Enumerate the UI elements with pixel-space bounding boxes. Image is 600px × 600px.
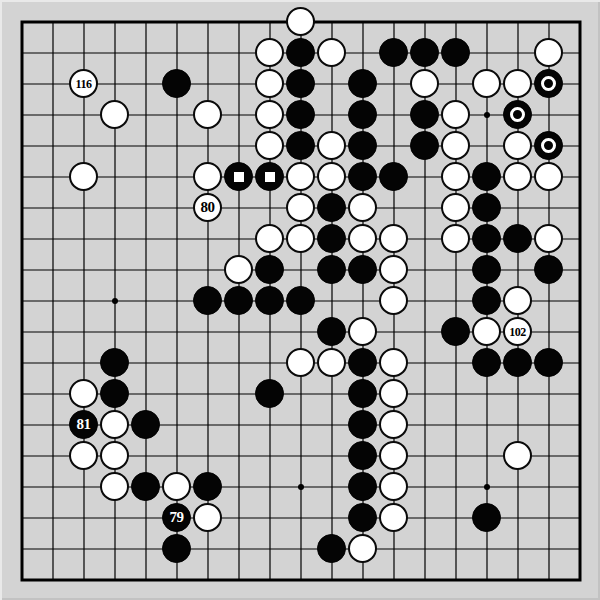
- white-stone[interactable]: [286, 348, 315, 377]
- board-intersection: [99, 409, 130, 440]
- board-intersection: [192, 471, 223, 502]
- black-stone[interactable]: [503, 100, 532, 129]
- square-mark: [265, 172, 275, 182]
- board-intersection: [440, 37, 471, 68]
- white-stone[interactable]: [441, 131, 470, 160]
- black-stone[interactable]: [472, 255, 501, 284]
- white-stone[interactable]: 116: [69, 69, 98, 98]
- board-intersection: [533, 37, 564, 68]
- board-intersection: [347, 440, 378, 471]
- board-intersection: [378, 285, 409, 316]
- black-stone[interactable]: [348, 410, 377, 439]
- board-intersection: [347, 347, 378, 378]
- board-intersection: [409, 68, 440, 99]
- black-stone[interactable]: [472, 503, 501, 532]
- black-stone[interactable]: 81: [69, 410, 98, 439]
- white-stone[interactable]: [379, 255, 408, 284]
- board-intersection: [378, 440, 409, 471]
- black-stone[interactable]: [441, 317, 470, 346]
- white-stone[interactable]: [286, 193, 315, 222]
- black-stone[interactable]: [317, 317, 346, 346]
- white-stone[interactable]: [255, 100, 284, 129]
- black-stone[interactable]: [193, 286, 222, 315]
- white-stone[interactable]: [441, 162, 470, 191]
- board-intersection: [285, 285, 316, 316]
- white-stone[interactable]: [317, 162, 346, 191]
- black-stone[interactable]: [255, 379, 284, 408]
- board-intersection: [471, 347, 502, 378]
- white-stone[interactable]: [348, 534, 377, 563]
- black-stone[interactable]: [534, 255, 563, 284]
- board-intersection: [378, 409, 409, 440]
- board-intersection: [316, 533, 347, 564]
- white-stone[interactable]: [317, 131, 346, 160]
- white-stone[interactable]: [255, 131, 284, 160]
- board-intersection: [440, 99, 471, 130]
- board-intersection: [99, 99, 130, 130]
- board-intersection: [440, 316, 471, 347]
- board-intersection: [316, 316, 347, 347]
- black-stone[interactable]: [348, 255, 377, 284]
- go-board-diagram: 116801028179: [0, 0, 600, 600]
- circle-mark: [541, 76, 556, 91]
- white-stone[interactable]: [162, 472, 191, 501]
- black-stone[interactable]: [441, 38, 470, 67]
- black-stone[interactable]: [317, 224, 346, 253]
- board-intersection: 81: [68, 409, 99, 440]
- black-stone[interactable]: [534, 69, 563, 98]
- board-intersection: [316, 254, 347, 285]
- white-stone[interactable]: 102: [503, 317, 532, 346]
- black-stone[interactable]: [255, 286, 284, 315]
- black-stone[interactable]: [162, 534, 191, 563]
- board-intersection: [254, 130, 285, 161]
- black-stone[interactable]: [472, 286, 501, 315]
- board-intersection: [161, 471, 192, 502]
- black-stone[interactable]: [348, 472, 377, 501]
- move-number-label: 80: [201, 200, 215, 215]
- white-stone[interactable]: [441, 224, 470, 253]
- move-number-label: 116: [76, 78, 92, 90]
- white-stone[interactable]: [379, 441, 408, 470]
- black-stone[interactable]: [286, 286, 315, 315]
- board-intersection: [471, 254, 502, 285]
- board-intersection: [285, 347, 316, 378]
- board-intersection: [192, 161, 223, 192]
- board-intersection: [502, 68, 533, 99]
- white-stone[interactable]: [379, 224, 408, 253]
- board-intersection: [347, 378, 378, 409]
- black-stone[interactable]: [472, 348, 501, 377]
- board-intersection: [316, 347, 347, 378]
- board-intersection: [502, 130, 533, 161]
- black-stone[interactable]: [131, 410, 160, 439]
- black-stone[interactable]: [410, 100, 439, 129]
- move-number-label: 81: [77, 417, 91, 432]
- black-stone[interactable]: [348, 100, 377, 129]
- black-stone[interactable]: [224, 162, 253, 191]
- board-intersection: 80: [192, 192, 223, 223]
- white-stone[interactable]: [503, 162, 532, 191]
- board-intersection: [192, 285, 223, 316]
- board-intersection: [99, 440, 130, 471]
- board-intersection: 102: [502, 316, 533, 347]
- black-stone[interactable]: [503, 224, 532, 253]
- white-stone[interactable]: 80: [193, 193, 222, 222]
- black-stone[interactable]: [534, 348, 563, 377]
- black-stone[interactable]: [410, 131, 439, 160]
- black-stone[interactable]: [348, 162, 377, 191]
- board-intersection: [316, 192, 347, 223]
- black-stone[interactable]: [379, 38, 408, 67]
- white-stone[interactable]: [503, 441, 532, 470]
- black-stone[interactable]: [348, 348, 377, 377]
- black-stone[interactable]: [348, 503, 377, 532]
- black-stone[interactable]: [410, 38, 439, 67]
- board-intersection: [254, 37, 285, 68]
- white-stone[interactable]: [100, 410, 129, 439]
- black-stone[interactable]: [472, 193, 501, 222]
- board-intersection: [502, 99, 533, 130]
- board-intersection: [192, 502, 223, 533]
- black-stone[interactable]: [286, 131, 315, 160]
- board-intersection: 79: [161, 502, 192, 533]
- white-stone[interactable]: [503, 286, 532, 315]
- board-intersection: [347, 99, 378, 130]
- board-intersection: [347, 409, 378, 440]
- white-stone[interactable]: [472, 69, 501, 98]
- board-intersection: [533, 347, 564, 378]
- board-intersection: [316, 223, 347, 254]
- board-intersection: [161, 68, 192, 99]
- board-intersection: [99, 347, 130, 378]
- board-intersection: [471, 285, 502, 316]
- black-stone[interactable]: [131, 472, 160, 501]
- circle-mark: [510, 107, 525, 122]
- board-intersection: [502, 285, 533, 316]
- black-stone[interactable]: [317, 534, 346, 563]
- board-intersection: [378, 378, 409, 409]
- black-stone[interactable]: [472, 224, 501, 253]
- board-intersection: [347, 161, 378, 192]
- board-intersection: [254, 254, 285, 285]
- white-stone[interactable]: [286, 162, 315, 191]
- board-intersection: [316, 130, 347, 161]
- board-intersection: [285, 161, 316, 192]
- black-stone[interactable]: [224, 286, 253, 315]
- black-stone[interactable]: [348, 131, 377, 160]
- white-stone[interactable]: [100, 472, 129, 501]
- white-stone[interactable]: [286, 7, 315, 36]
- board-intersection: [502, 161, 533, 192]
- board-intersection: [533, 254, 564, 285]
- board-intersection: [502, 347, 533, 378]
- black-stone[interactable]: [317, 255, 346, 284]
- board-intersection: [285, 192, 316, 223]
- go-board[interactable]: 116801028179: [6, 6, 595, 595]
- white-stone[interactable]: [379, 410, 408, 439]
- black-stone[interactable]: [286, 100, 315, 129]
- board-intersection: [378, 254, 409, 285]
- black-stone[interactable]: [286, 38, 315, 67]
- white-stone[interactable]: [348, 224, 377, 253]
- board-intersection: [223, 161, 254, 192]
- board-intersection: [192, 99, 223, 130]
- board-intersection: [347, 254, 378, 285]
- board-intersection: [285, 99, 316, 130]
- white-stone[interactable]: [317, 38, 346, 67]
- white-stone[interactable]: [534, 162, 563, 191]
- board-intersection: [285, 37, 316, 68]
- white-stone[interactable]: [534, 224, 563, 253]
- board-intersection: [471, 502, 502, 533]
- board-intersection: [347, 316, 378, 347]
- white-stone[interactable]: [503, 69, 532, 98]
- board-intersection: [378, 471, 409, 502]
- board-intersection: [68, 378, 99, 409]
- black-stone[interactable]: [255, 255, 284, 284]
- white-stone[interactable]: [193, 162, 222, 191]
- white-stone[interactable]: [472, 317, 501, 346]
- board-intersection: [347, 533, 378, 564]
- white-stone[interactable]: [100, 100, 129, 129]
- board-intersection: [378, 502, 409, 533]
- move-number-label: 102: [509, 326, 526, 338]
- board-intersection: [378, 37, 409, 68]
- board-intersection: [471, 192, 502, 223]
- board-intersection: [440, 130, 471, 161]
- white-stone[interactable]: [255, 69, 284, 98]
- black-stone[interactable]: [193, 472, 222, 501]
- board-intersection: [68, 440, 99, 471]
- black-stone[interactable]: 79: [162, 503, 191, 532]
- black-stone[interactable]: [348, 379, 377, 408]
- board-intersection: [347, 502, 378, 533]
- white-stone[interactable]: [317, 348, 346, 377]
- square-mark: [234, 172, 244, 182]
- white-stone[interactable]: [379, 379, 408, 408]
- white-stone[interactable]: [69, 379, 98, 408]
- board-intersection: [347, 130, 378, 161]
- board-intersection: [533, 223, 564, 254]
- black-stone[interactable]: [379, 162, 408, 191]
- white-stone[interactable]: [534, 38, 563, 67]
- white-stone[interactable]: [441, 100, 470, 129]
- board-intersection: [223, 254, 254, 285]
- board-intersection: [254, 161, 285, 192]
- circle-mark: [541, 138, 556, 153]
- board-intersection: [471, 223, 502, 254]
- board-intersection: [68, 161, 99, 192]
- board-intersection: [502, 440, 533, 471]
- board-intersection: [316, 161, 347, 192]
- black-stone[interactable]: [100, 379, 129, 408]
- board-intersection: [502, 223, 533, 254]
- board-intersection: [316, 37, 347, 68]
- board-intersection: [130, 409, 161, 440]
- board-intersection: [440, 223, 471, 254]
- black-stone[interactable]: [534, 131, 563, 160]
- black-stone[interactable]: [317, 193, 346, 222]
- white-stone[interactable]: [286, 224, 315, 253]
- board-intersection: [285, 223, 316, 254]
- board-intersection: [378, 347, 409, 378]
- board-intersection: 116: [68, 68, 99, 99]
- board-intersection: [285, 130, 316, 161]
- board-intersection: [285, 68, 316, 99]
- black-stone[interactable]: [503, 348, 532, 377]
- white-stone[interactable]: [193, 503, 222, 532]
- board-intersection: [409, 37, 440, 68]
- board-intersection: [471, 68, 502, 99]
- board-intersection: [130, 471, 161, 502]
- board-intersection: [440, 192, 471, 223]
- black-stone[interactable]: [472, 162, 501, 191]
- board-intersection: [223, 285, 254, 316]
- white-stone[interactable]: [69, 162, 98, 191]
- board-intersection: [533, 68, 564, 99]
- black-stone[interactable]: [100, 348, 129, 377]
- board-intersection: [347, 68, 378, 99]
- board-intersection: [378, 223, 409, 254]
- white-stone[interactable]: [348, 193, 377, 222]
- board-intersection: [471, 161, 502, 192]
- white-stone[interactable]: [224, 255, 253, 284]
- black-stone[interactable]: [348, 441, 377, 470]
- black-stone[interactable]: [255, 162, 284, 191]
- board-intersection: [347, 471, 378, 502]
- board-intersection: [99, 471, 130, 502]
- white-stone[interactable]: [193, 100, 222, 129]
- black-stone[interactable]: [348, 69, 377, 98]
- board-intersection: [440, 161, 471, 192]
- board-intersection: [378, 161, 409, 192]
- white-stone[interactable]: [441, 193, 470, 222]
- black-stone[interactable]: [162, 69, 191, 98]
- board-intersection: [409, 99, 440, 130]
- white-stone[interactable]: [255, 38, 284, 67]
- board-intersection: [347, 192, 378, 223]
- board-intersection: [254, 99, 285, 130]
- board-intersection: [99, 378, 130, 409]
- board-intersection: [161, 533, 192, 564]
- white-stone[interactable]: [69, 441, 98, 470]
- board-intersection: [254, 285, 285, 316]
- board-intersection: [533, 161, 564, 192]
- white-stone[interactable]: [379, 348, 408, 377]
- board-intersection: [471, 316, 502, 347]
- white-stone[interactable]: [100, 441, 129, 470]
- white-stone[interactable]: [379, 503, 408, 532]
- white-stone[interactable]: [255, 224, 284, 253]
- black-stone[interactable]: [286, 69, 315, 98]
- white-stone[interactable]: [503, 131, 532, 160]
- white-stone[interactable]: [348, 317, 377, 346]
- white-stone[interactable]: [379, 286, 408, 315]
- board-intersection: [254, 223, 285, 254]
- board-intersection: [533, 130, 564, 161]
- board-intersection: [254, 68, 285, 99]
- board-intersection: [409, 130, 440, 161]
- white-stone[interactable]: [379, 472, 408, 501]
- board-intersection: [285, 6, 316, 37]
- board-intersection: [347, 223, 378, 254]
- board-intersection: [254, 378, 285, 409]
- move-number-label: 79: [170, 510, 184, 525]
- white-stone[interactable]: [410, 69, 439, 98]
